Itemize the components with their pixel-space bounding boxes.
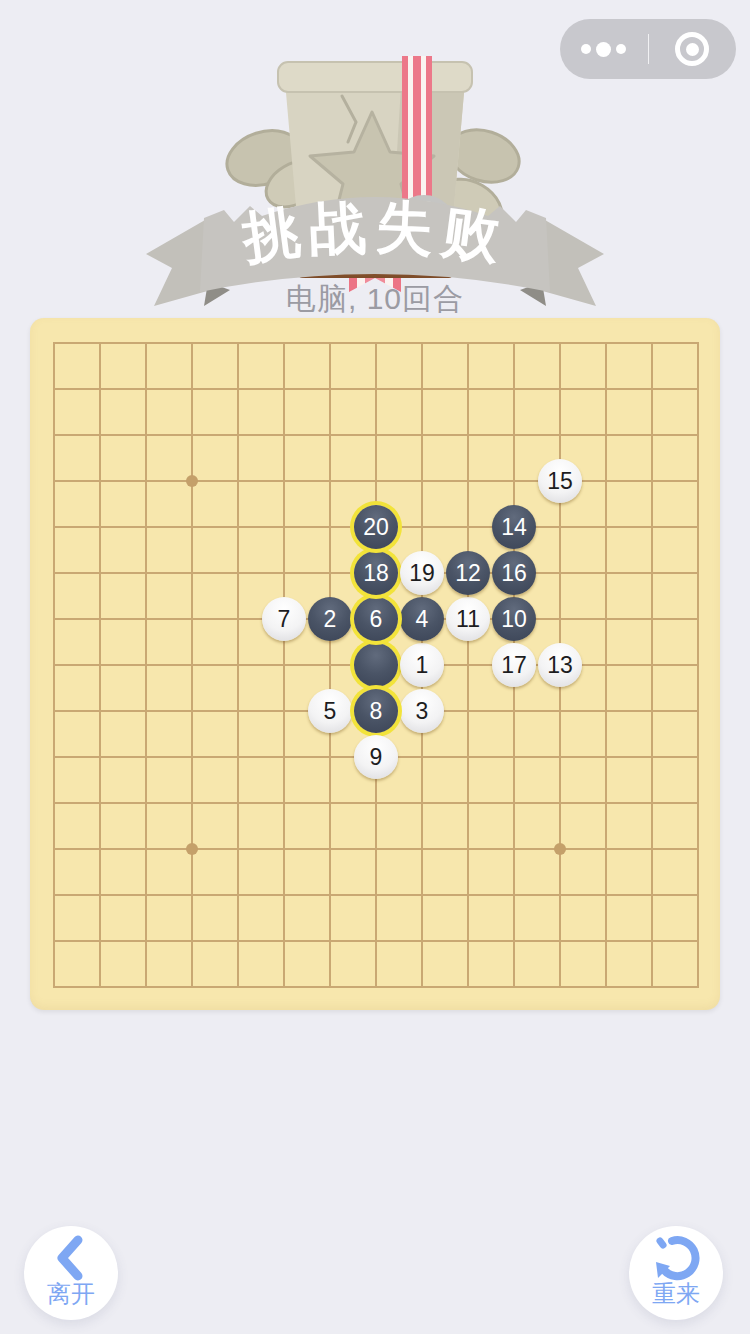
leave-button-label: 离开 <box>47 1278 95 1310</box>
stone-15: 15 <box>538 459 582 503</box>
stone-14: 14 <box>492 505 536 549</box>
gomoku-board[interactable]: 1234567891011121314151617181920 <box>30 318 720 1010</box>
stone-12: 12 <box>446 551 490 595</box>
restart-arrow-icon <box>650 1234 702 1282</box>
star-point <box>186 475 198 487</box>
more-button[interactable] <box>560 19 648 79</box>
stone-19: 19 <box>400 551 444 595</box>
stone-opening <box>354 643 398 687</box>
stone-13: 13 <box>538 643 582 687</box>
target-icon <box>675 32 709 66</box>
stone-4: 4 <box>400 597 444 641</box>
result-subtitle: 电脑, 10回合 <box>0 279 750 320</box>
stone-8: 8 <box>354 689 398 733</box>
stone-5: 5 <box>308 689 352 733</box>
stone-18: 18 <box>354 551 398 595</box>
star-point <box>186 843 198 855</box>
retry-button[interactable]: 重来 <box>629 1226 723 1320</box>
stone-20: 20 <box>354 505 398 549</box>
stone-17: 17 <box>492 643 536 687</box>
stone-2: 2 <box>308 597 352 641</box>
stone-10: 10 <box>492 597 536 641</box>
wechat-capsule <box>560 19 736 79</box>
star-point <box>554 843 566 855</box>
ellipsis-icon <box>581 42 626 57</box>
stone-1: 1 <box>400 643 444 687</box>
leave-button[interactable]: 离开 <box>24 1226 118 1320</box>
back-chevron-icon <box>45 1234 97 1282</box>
stone-7: 7 <box>262 597 306 641</box>
stone-9: 9 <box>354 735 398 779</box>
exit-minigame-button[interactable] <box>649 19 737 79</box>
stone-6: 6 <box>354 597 398 641</box>
retry-button-label: 重来 <box>652 1278 700 1310</box>
stone-3: 3 <box>400 689 444 733</box>
stone-16: 16 <box>492 551 536 595</box>
stone-11: 11 <box>446 597 490 641</box>
